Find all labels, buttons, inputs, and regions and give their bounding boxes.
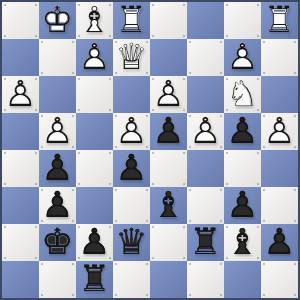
black-bishop-outline-icon: ♗ <box>152 187 184 223</box>
square-c3[interactable] <box>76 187 113 224</box>
white-pawn-outline-icon: ♙ <box>4 76 36 112</box>
white-pawn-outline-icon: ♙ <box>226 39 258 75</box>
square-e6[interactable]: ♟♙ <box>150 76 187 113</box>
square-e2[interactable] <box>150 224 187 261</box>
black-queen-outline-icon: ♕ <box>115 224 147 260</box>
square-b7[interactable] <box>39 39 76 76</box>
square-g7[interactable]: ♟♙ <box>224 39 261 76</box>
square-g6[interactable]: ♞♘ <box>224 76 261 113</box>
black-pawn-outline-icon: ♙ <box>263 224 295 260</box>
black-pawn-outline-icon: ♙ <box>152 113 184 149</box>
square-c7[interactable]: ♟♙ <box>76 39 113 76</box>
chess-board: ♚♔♝♗♜♖♜♖♟♙♛♕♟♙♟♙♟♙♞♘♟♙♟♙♟♙♟♙♟♙♟♙♟♙♟♙♟♙♝♗… <box>0 0 300 300</box>
white-bishop-piece[interactable]: ♝♗ <box>76 2 113 39</box>
square-h5[interactable]: ♟♙ <box>261 113 298 150</box>
square-b6[interactable] <box>39 76 76 113</box>
square-h1[interactable] <box>261 261 298 298</box>
square-a6[interactable]: ♟♙ <box>2 76 39 113</box>
white-pawn-piece[interactable]: ♟♙ <box>76 39 113 76</box>
white-pawn-outline-icon: ♙ <box>189 113 221 149</box>
black-pawn-outline-icon: ♙ <box>115 150 147 186</box>
square-b1[interactable] <box>39 261 76 298</box>
square-h2[interactable]: ♟♙ <box>261 224 298 261</box>
white-pawn-piece[interactable]: ♟♙ <box>261 113 298 150</box>
white-rook-outline-icon: ♖ <box>263 2 295 38</box>
square-f7[interactable] <box>187 39 224 76</box>
square-h7[interactable] <box>261 39 298 76</box>
black-rook-piece[interactable]: ♜♖ <box>187 224 224 261</box>
square-e3[interactable]: ♝♗ <box>150 187 187 224</box>
white-rook-outline-icon: ♖ <box>115 2 147 38</box>
black-king-piece[interactable]: ♚♔ <box>39 224 76 261</box>
black-pawn-outline-icon: ♙ <box>78 224 110 260</box>
black-pawn-piece[interactable]: ♟♙ <box>113 150 150 187</box>
square-h8[interactable]: ♜♖ <box>261 2 298 39</box>
square-a2[interactable] <box>2 224 39 261</box>
black-pawn-piece[interactable]: ♟♙ <box>224 187 261 224</box>
white-pawn-piece[interactable]: ♟♙ <box>2 76 39 113</box>
square-f3[interactable] <box>187 187 224 224</box>
square-f6[interactable] <box>187 76 224 113</box>
white-rook-piece[interactable]: ♜♖ <box>261 2 298 39</box>
square-c4[interactable] <box>76 150 113 187</box>
black-bishop-outline-icon: ♗ <box>226 224 258 260</box>
square-e1[interactable] <box>150 261 187 298</box>
white-king-outline-icon: ♔ <box>41 2 73 38</box>
square-h6[interactable] <box>261 76 298 113</box>
square-d5[interactable]: ♟♙ <box>113 113 150 150</box>
square-b8[interactable]: ♚♔ <box>39 2 76 39</box>
square-d7[interactable]: ♛♕ <box>113 39 150 76</box>
white-pawn-outline-icon: ♙ <box>115 113 147 149</box>
white-pawn-piece[interactable]: ♟♙ <box>113 113 150 150</box>
square-d2[interactable]: ♛♕ <box>113 224 150 261</box>
square-g8[interactable] <box>224 2 261 39</box>
square-g1[interactable] <box>224 261 261 298</box>
black-rook-piece[interactable]: ♜♖ <box>76 261 113 298</box>
square-d8[interactable]: ♜♖ <box>113 2 150 39</box>
square-a8[interactable] <box>2 2 39 39</box>
white-bishop-outline-icon: ♗ <box>78 2 110 38</box>
white-knight-outline-icon: ♘ <box>226 76 258 112</box>
black-queen-piece[interactable]: ♛♕ <box>113 224 150 261</box>
square-c5[interactable] <box>76 113 113 150</box>
black-pawn-outline-icon: ♙ <box>226 187 258 223</box>
square-a3[interactable] <box>2 187 39 224</box>
black-rook-outline-icon: ♖ <box>78 261 110 297</box>
black-bishop-piece[interactable]: ♝♗ <box>224 224 261 261</box>
black-pawn-piece[interactable]: ♟♙ <box>39 187 76 224</box>
white-pawn-piece[interactable]: ♟♙ <box>150 76 187 113</box>
white-king-piece[interactable]: ♚♔ <box>39 2 76 39</box>
black-pawn-outline-icon: ♙ <box>41 187 73 223</box>
black-pawn-outline-icon: ♙ <box>41 150 73 186</box>
square-b2[interactable]: ♚♔ <box>39 224 76 261</box>
white-pawn-outline-icon: ♙ <box>152 76 184 112</box>
white-queen-piece[interactable]: ♛♕ <box>113 39 150 76</box>
square-d1[interactable] <box>113 261 150 298</box>
square-g5[interactable]: ♟♙ <box>224 113 261 150</box>
square-f1[interactable] <box>187 261 224 298</box>
square-d4[interactable]: ♟♙ <box>113 150 150 187</box>
white-pawn-outline-icon: ♙ <box>78 39 110 75</box>
black-rook-outline-icon: ♖ <box>189 224 221 260</box>
square-c6[interactable] <box>76 76 113 113</box>
square-b5[interactable]: ♟♙ <box>39 113 76 150</box>
square-b3[interactable]: ♟♙ <box>39 187 76 224</box>
black-pawn-piece[interactable]: ♟♙ <box>224 113 261 150</box>
square-a5[interactable] <box>2 113 39 150</box>
square-h4[interactable] <box>261 150 298 187</box>
square-b4[interactable]: ♟♙ <box>39 150 76 187</box>
white-knight-piece[interactable]: ♞♘ <box>224 76 261 113</box>
square-a4[interactable] <box>2 150 39 187</box>
square-e8[interactable] <box>150 2 187 39</box>
white-pawn-piece[interactable]: ♟♙ <box>187 113 224 150</box>
black-bishop-piece[interactable]: ♝♗ <box>150 187 187 224</box>
square-d6[interactable] <box>113 76 150 113</box>
square-c1[interactable]: ♜♖ <box>76 261 113 298</box>
square-a1[interactable] <box>2 261 39 298</box>
square-g4[interactable] <box>224 150 261 187</box>
black-pawn-outline-icon: ♙ <box>226 113 258 149</box>
square-g2[interactable]: ♝♗ <box>224 224 261 261</box>
square-h3[interactable] <box>261 187 298 224</box>
black-pawn-piece[interactable]: ♟♙ <box>76 224 113 261</box>
square-a7[interactable] <box>2 39 39 76</box>
square-e5[interactable]: ♟♙ <box>150 113 187 150</box>
black-pawn-piece[interactable]: ♟♙ <box>261 224 298 261</box>
square-c2[interactable]: ♟♙ <box>76 224 113 261</box>
white-queen-outline-icon: ♕ <box>115 39 147 75</box>
square-d3[interactable] <box>113 187 150 224</box>
white-pawn-outline-icon: ♙ <box>41 113 73 149</box>
square-f4[interactable] <box>187 150 224 187</box>
white-pawn-outline-icon: ♙ <box>263 113 295 149</box>
square-e4[interactable] <box>150 150 187 187</box>
black-king-outline-icon: ♔ <box>41 224 73 260</box>
black-pawn-piece[interactable]: ♟♙ <box>39 150 76 187</box>
square-g3[interactable]: ♟♙ <box>224 187 261 224</box>
white-pawn-piece[interactable]: ♟♙ <box>224 39 261 76</box>
white-rook-piece[interactable]: ♜♖ <box>113 2 150 39</box>
square-e7[interactable] <box>150 39 187 76</box>
square-f5[interactable]: ♟♙ <box>187 113 224 150</box>
square-f8[interactable] <box>187 2 224 39</box>
square-f2[interactable]: ♜♖ <box>187 224 224 261</box>
square-c8[interactable]: ♝♗ <box>76 2 113 39</box>
black-pawn-piece[interactable]: ♟♙ <box>150 113 187 150</box>
white-pawn-piece[interactable]: ♟♙ <box>39 113 76 150</box>
